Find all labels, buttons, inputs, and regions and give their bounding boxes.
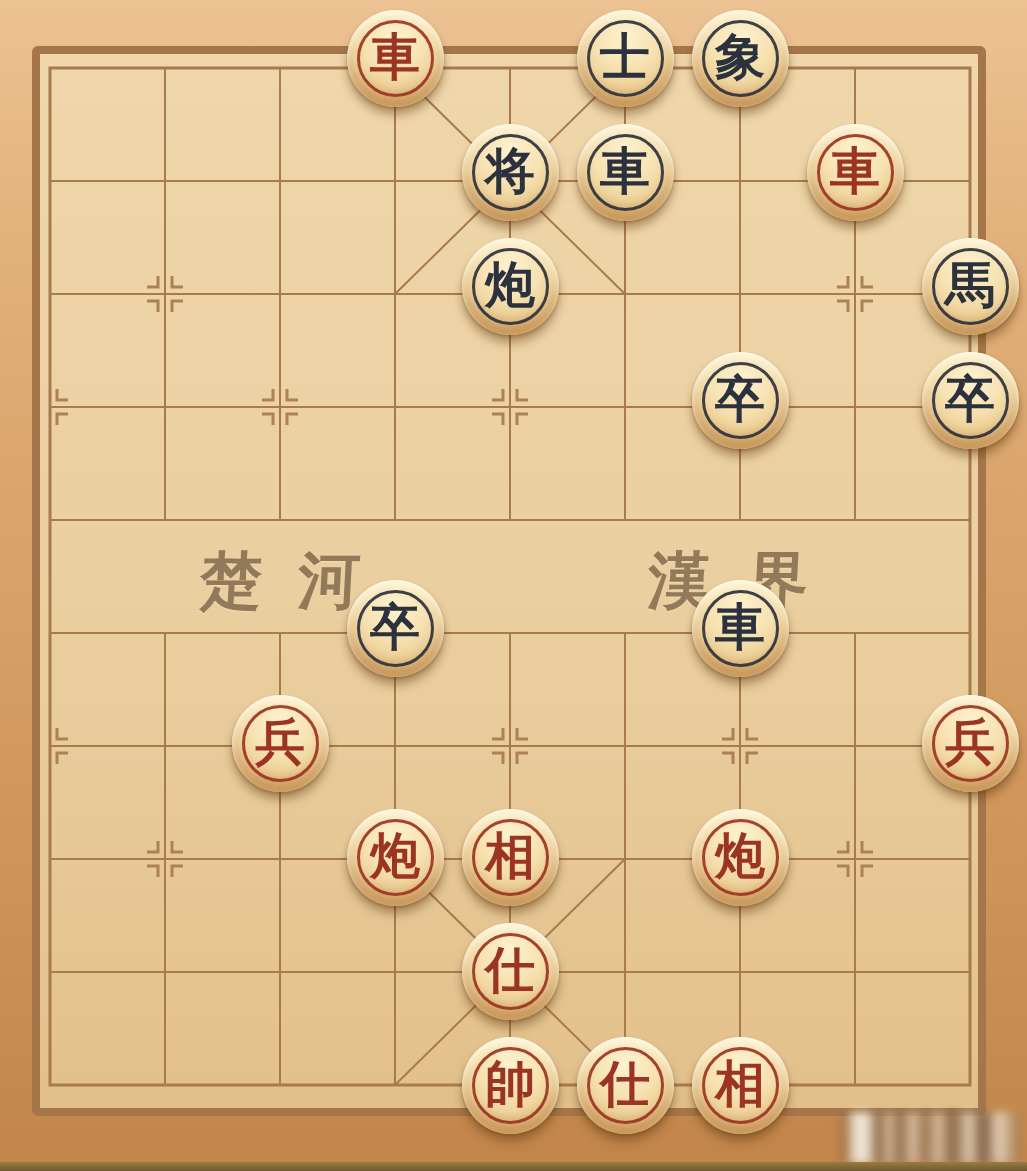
piece-glyph: 象: [715, 32, 765, 82]
piece-red-cannon[interactable]: 炮: [347, 809, 444, 906]
piece-glyph: 士: [600, 32, 650, 82]
piece-glyph: 卒: [945, 374, 995, 424]
piece-glyph: 将: [485, 146, 535, 196]
piece-black-soldier[interactable]: 卒: [692, 352, 789, 449]
piece-glyph: 卒: [370, 602, 420, 652]
piece-glyph: 仕: [600, 1059, 650, 1109]
piece-glyph: 卒: [715, 374, 765, 424]
piece-black-horse[interactable]: 馬: [922, 238, 1019, 335]
piece-glyph: 炮: [715, 831, 765, 881]
xiangqi-app: 楚河 漢界 車士象将車車炮馬卒卒卒車兵兵炮相炮仕帥仕相: [0, 0, 1027, 1171]
piece-grid[interactable]: 車士象将車車炮馬卒卒卒車兵兵炮相炮仕帥仕相: [0, 12, 1027, 1142]
piece-glyph: 相: [485, 831, 535, 881]
piece-black-advisor[interactable]: 士: [577, 10, 674, 107]
piece-red-chariot[interactable]: 車: [807, 124, 904, 221]
piece-black-chariot[interactable]: 車: [577, 124, 674, 221]
piece-glyph: 仕: [485, 945, 535, 995]
piece-glyph: 帥: [485, 1059, 535, 1109]
piece-black-elephant[interactable]: 象: [692, 10, 789, 107]
piece-red-advisor[interactable]: 仕: [462, 923, 559, 1020]
piece-glyph: 炮: [485, 260, 535, 310]
table-edge: [0, 1162, 1027, 1171]
piece-black-general[interactable]: 将: [462, 124, 559, 221]
piece-glyph: 馬: [945, 260, 995, 310]
piece-glyph: 車: [830, 146, 880, 196]
piece-red-chariot[interactable]: 車: [347, 10, 444, 107]
piece-red-advisor[interactable]: 仕: [577, 1037, 674, 1134]
blurred-watermark: [838, 1112, 1020, 1164]
piece-glyph: 車: [715, 602, 765, 652]
piece-black-soldier[interactable]: 卒: [922, 352, 1019, 449]
piece-black-chariot[interactable]: 車: [692, 580, 789, 677]
piece-glyph: 車: [370, 32, 420, 82]
piece-glyph: 炮: [370, 831, 420, 881]
piece-glyph: 車: [600, 146, 650, 196]
piece-red-soldier[interactable]: 兵: [232, 695, 329, 792]
piece-glyph: 相: [715, 1059, 765, 1109]
piece-red-cannon[interactable]: 炮: [692, 809, 789, 906]
piece-black-cannon[interactable]: 炮: [462, 238, 559, 335]
piece-red-soldier[interactable]: 兵: [922, 695, 1019, 792]
piece-red-elephant[interactable]: 相: [462, 809, 559, 906]
piece-red-general[interactable]: 帥: [462, 1037, 559, 1134]
piece-glyph: 兵: [945, 717, 995, 767]
piece-glyph: 兵: [255, 717, 305, 767]
piece-red-elephant[interactable]: 相: [692, 1037, 789, 1134]
piece-black-soldier[interactable]: 卒: [347, 580, 444, 677]
